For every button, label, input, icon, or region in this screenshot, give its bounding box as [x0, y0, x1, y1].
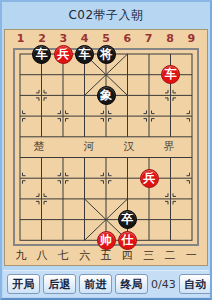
move-counter: 0/43 — [151, 278, 176, 291]
controls-bar: 开局后退前进终局 0/43 自动 — [3, 270, 209, 297]
xiangqi-board: 楚河汉界 车兵车将车象兵卒帅仕 — [11, 46, 201, 248]
red-chariot[interactable]: 车 — [161, 65, 180, 84]
back-button[interactable]: 后退 — [43, 274, 76, 294]
xiangqi-app-window: C02带子入朝 123456789 楚河汉界 车兵车将车象兵卒帅仕 九八七六五四… — [0, 0, 212, 300]
red-advisor[interactable]: 仕 — [118, 231, 137, 250]
black-chariot[interactable]: 车 — [32, 45, 51, 64]
black-elephant[interactable]: 象 — [97, 86, 116, 105]
board-panel: 123456789 楚河汉界 车兵车将车象兵卒帅仕 九八七六五四三二一 — [4, 29, 208, 266]
end-button[interactable]: 终局 — [115, 274, 148, 294]
piece-grid: 车兵车将车象兵卒帅仕 — [9, 44, 203, 251]
auto-button[interactable]: 自动 — [179, 274, 212, 294]
black-general[interactable]: 将 — [97, 45, 116, 64]
start-button[interactable]: 开局 — [7, 274, 40, 294]
red-pawn[interactable]: 兵 — [54, 45, 73, 64]
red-general[interactable]: 帅 — [97, 231, 116, 250]
black-chariot[interactable]: 车 — [75, 45, 94, 64]
forward-button[interactable]: 前进 — [79, 274, 112, 294]
red-pawn[interactable]: 兵 — [140, 169, 159, 188]
black-soldier[interactable]: 卒 — [118, 210, 137, 229]
puzzle-title: C02带子入朝 — [2, 2, 210, 29]
